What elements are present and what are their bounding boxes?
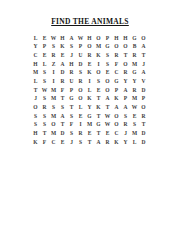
grid-cell-r3c1: C: [31, 51, 40, 60]
grid-cell-r2c12: B: [130, 43, 139, 52]
grid-cell-r8c8: T: [94, 95, 103, 104]
grid-cell-r8c9: A: [103, 95, 112, 104]
grid-cell-r10c6: E: [76, 112, 85, 121]
grid-cell-r6c2: S: [40, 77, 49, 86]
grid-cell-r10c7: G: [85, 112, 94, 121]
grid-cell-r2c8: M: [94, 43, 103, 52]
grid-cell-r12c4: D: [58, 130, 67, 139]
grid-cell-r5c10: C: [112, 69, 121, 78]
grid-cell-r5c1: M: [31, 69, 40, 78]
grid-cell-r13c2: F: [40, 138, 49, 147]
grid-cell-r3c4: E: [58, 51, 67, 60]
grid-cell-r4c4: A: [58, 60, 67, 69]
grid-cell-r9c1: O: [31, 104, 40, 113]
grid-cell-r4c3: Z: [49, 60, 58, 69]
grid-cell-r2c6: P: [76, 43, 85, 52]
grid-cell-r7c11: A: [121, 86, 130, 95]
grid-cell-r13c5: J: [67, 138, 76, 147]
grid-cell-r1c2: E: [40, 34, 49, 43]
grid-cell-r10c10: O: [112, 112, 121, 121]
grid-cell-r12c6: R: [76, 130, 85, 139]
grid-cell-r1c5: A: [67, 34, 76, 43]
grid-cell-r8c2: S: [40, 95, 49, 104]
grid-cell-r13c8: A: [94, 138, 103, 147]
grid-cell-r7c9: O: [103, 86, 112, 95]
grid-cell-r11c12: S: [130, 121, 139, 130]
grid-cell-r8c3: M: [49, 95, 58, 104]
grid-cell-r4c12: M: [130, 60, 139, 69]
grid-cell-r5c3: I: [49, 69, 58, 78]
grid-cell-r1c8: O: [94, 34, 103, 43]
grid-cell-r5c11: R: [121, 69, 130, 78]
grid-cell-r2c10: O: [112, 43, 121, 52]
grid-cell-r4c1: H: [31, 60, 40, 69]
grid-cell-r13c13: D: [139, 138, 148, 147]
grid-cell-r4c9: S: [103, 60, 112, 69]
grid-cell-r8c11: P: [121, 95, 130, 104]
grid-cell-r1c4: H: [58, 34, 67, 43]
grid-cell-r5c13: A: [139, 69, 148, 78]
grid-cell-r9c8: K: [94, 104, 103, 113]
grid-cell-r9c5: T: [67, 104, 76, 113]
grid-cell-r11c13: T: [139, 121, 148, 130]
grid-cell-r2c4: K: [58, 43, 67, 52]
grid-cell-r4c2: L: [40, 60, 49, 69]
grid-cell-r11c1: S: [31, 121, 40, 130]
grid-cell-r5c7: K: [85, 69, 94, 78]
grid-cell-r7c5: P: [67, 86, 76, 95]
grid-cell-r6c1: L: [31, 77, 40, 86]
grid-cell-r3c8: K: [94, 51, 103, 60]
grid-cell-r1c9: P: [103, 34, 112, 43]
grid-cell-r2c1: Y: [31, 43, 40, 52]
grid-cell-r7c2: W: [40, 86, 49, 95]
grid-cell-r8c13: P: [139, 95, 148, 104]
grid-cell-r10c11: S: [121, 112, 130, 121]
grid-cell-r6c4: R: [58, 77, 67, 86]
grid-cell-r3c2: E: [40, 51, 49, 60]
grid-cell-r3c9: S: [103, 51, 112, 60]
grid-cell-r2c3: S: [49, 43, 58, 52]
grid-cell-r13c3: C: [49, 138, 58, 147]
grid-cell-r13c12: L: [130, 138, 139, 147]
grid-cell-r5c6: S: [76, 69, 85, 78]
grid-cell-r9c13: O: [139, 104, 148, 113]
grid-cell-r7c8: E: [94, 86, 103, 95]
grid-cell-r13c7: T: [85, 138, 94, 147]
grid-cell-r12c10: C: [112, 130, 121, 139]
grid-cell-r6c11: Y: [121, 77, 130, 86]
grid-cell-r4c13: J: [139, 60, 148, 69]
grid-cell-r10c2: S: [40, 112, 49, 121]
grid-cell-r4c5: H: [67, 60, 76, 69]
grid-cell-r9c6: L: [76, 104, 85, 113]
grid-cell-r12c12: M: [130, 130, 139, 139]
grid-cell-r12c8: T: [94, 130, 103, 139]
grid-cell-r6c9: O: [103, 77, 112, 86]
worksheet-page: FIND THE ANIMALS LEWHAWHOPHHGOYPSKSPOMGO…: [0, 0, 180, 233]
grid-cell-r11c4: T: [58, 121, 67, 130]
grid-cell-r9c4: S: [58, 104, 67, 113]
grid-cell-r7c3: M: [49, 86, 58, 95]
grid-cell-r9c12: W: [130, 104, 139, 113]
grid-cell-r12c13: D: [139, 130, 148, 139]
grid-cell-r4c7: E: [85, 60, 94, 69]
worksheet-title: FIND THE ANIMALS: [0, 17, 180, 26]
grid-cell-r12c5: S: [67, 130, 76, 139]
grid-cell-r4c10: F: [112, 60, 121, 69]
grid-cell-r1c12: G: [130, 34, 139, 43]
grid-cell-r2c13: A: [139, 43, 148, 52]
grid-cell-r11c2: S: [40, 121, 49, 130]
grid-cell-r7c4: F: [58, 86, 67, 95]
grid-cell-r5c12: G: [130, 69, 139, 78]
grid-cell-r1c7: H: [85, 34, 94, 43]
grid-cell-r13c1: K: [31, 138, 40, 147]
grid-cell-r3c7: R: [85, 51, 94, 60]
grid-cell-r3c6: U: [76, 51, 85, 60]
grid-cell-r11c11: R: [121, 121, 130, 130]
grid-cell-r3c10: R: [112, 51, 121, 60]
grid-cell-r1c10: H: [112, 34, 121, 43]
grid-cell-r8c10: K: [112, 95, 121, 104]
grid-cell-r1c11: H: [121, 34, 130, 43]
grid-cell-r7c1: T: [31, 86, 40, 95]
grid-cell-r7c13: D: [139, 86, 148, 95]
grid-cell-r1c1: L: [31, 34, 40, 43]
grid-cell-r7c12: R: [130, 86, 139, 95]
grid-cell-r5c4: D: [58, 69, 67, 78]
grid-cell-r6c13: V: [139, 77, 148, 86]
grid-cell-r5c8: O: [94, 69, 103, 78]
grid-cell-r2c5: S: [67, 43, 76, 52]
grid-cell-r7c6: O: [76, 86, 85, 95]
grid-cell-r5c9: E: [103, 69, 112, 78]
grid-cell-r13c4: E: [58, 138, 67, 147]
grid-cell-r9c2: R: [40, 104, 49, 113]
grid-cell-r9c7: Y: [85, 104, 94, 113]
grid-cell-r1c13: O: [139, 34, 148, 43]
grid-cell-r9c9: T: [103, 104, 112, 113]
grid-cell-r9c3: S: [49, 104, 58, 113]
grid-cell-r8c5: G: [67, 95, 76, 104]
grid-cell-r4c6: D: [76, 60, 85, 69]
grid-cell-r6c5: U: [67, 77, 76, 86]
grid-cell-r2c7: O: [85, 43, 94, 52]
grid-cell-r2c2: P: [40, 43, 49, 52]
grid-cell-r10c3: M: [49, 112, 58, 121]
grid-cell-r10c8: T: [94, 112, 103, 121]
grid-cell-r5c5: R: [67, 69, 76, 78]
grid-cell-r5c2: S: [40, 69, 49, 78]
grid-cell-r10c4: A: [58, 112, 67, 121]
grid-cell-r13c9: R: [103, 138, 112, 147]
grid-cell-r6c7: I: [85, 77, 94, 86]
grid-cell-r6c10: G: [112, 77, 121, 86]
grid-cell-r11c8: G: [94, 121, 103, 130]
grid-cell-r3c3: R: [49, 51, 58, 60]
grid-cell-r13c6: S: [76, 138, 85, 147]
grid-cell-r11c6: I: [76, 121, 85, 130]
grid-cell-r6c6: R: [76, 77, 85, 86]
grid-cell-r3c11: T: [121, 51, 130, 60]
grid-cell-r12c7: E: [85, 130, 94, 139]
grid-cell-r10c12: E: [130, 112, 139, 121]
grid-cell-r11c9: W: [103, 121, 112, 130]
grid-cell-r10c1: S: [31, 112, 40, 121]
grid-cell-r1c6: W: [76, 34, 85, 43]
grid-cell-r1c3: W: [49, 34, 58, 43]
grid-cell-r3c12: R: [130, 51, 139, 60]
grid-cell-r2c9: G: [103, 43, 112, 52]
grid-cell-r11c10: O: [112, 121, 121, 130]
grid-cell-r12c1: H: [31, 130, 40, 139]
grid-cell-r3c13: T: [139, 51, 148, 60]
word-search-grid: LEWHAWHOPHHGOYPSKSPOMGOOBACEREJURKSRTRTH…: [31, 34, 148, 147]
grid-cell-r3c5: J: [67, 51, 76, 60]
grid-cell-r8c4: T: [58, 95, 67, 104]
grid-cell-r6c8: S: [94, 77, 103, 86]
grid-cell-r13c10: K: [112, 138, 121, 147]
grid-cell-r4c11: O: [121, 60, 130, 69]
grid-cell-r11c7: M: [85, 121, 94, 130]
grid-cell-r12c9: E: [103, 130, 112, 139]
grid-cell-r10c5: S: [67, 112, 76, 121]
grid-cell-r11c3: O: [49, 121, 58, 130]
grid-cell-r7c10: P: [112, 86, 121, 95]
grid-cell-r8c6: O: [76, 95, 85, 104]
grid-cell-r13c11: Y: [121, 138, 130, 147]
grid-cell-r10c9: W: [103, 112, 112, 121]
grid-cell-r9c10: A: [112, 104, 121, 113]
grid-cell-r9c11: A: [121, 104, 130, 113]
grid-cell-r6c3: I: [49, 77, 58, 86]
grid-cell-r6c12: Y: [130, 77, 139, 86]
grid-cell-r2c11: O: [121, 43, 130, 52]
grid-cell-r8c7: K: [85, 95, 94, 104]
grid-cell-r8c1: J: [31, 95, 40, 104]
grid-cell-r8c12: M: [130, 95, 139, 104]
grid-cell-r10c13: R: [139, 112, 148, 121]
grid-cell-r12c3: M: [49, 130, 58, 139]
grid-cell-r11c5: F: [67, 121, 76, 130]
grid-cell-r12c11: J: [121, 130, 130, 139]
grid-cell-r12c2: T: [40, 130, 49, 139]
grid-cell-r7c7: L: [85, 86, 94, 95]
grid-cell-r4c8: I: [94, 60, 103, 69]
